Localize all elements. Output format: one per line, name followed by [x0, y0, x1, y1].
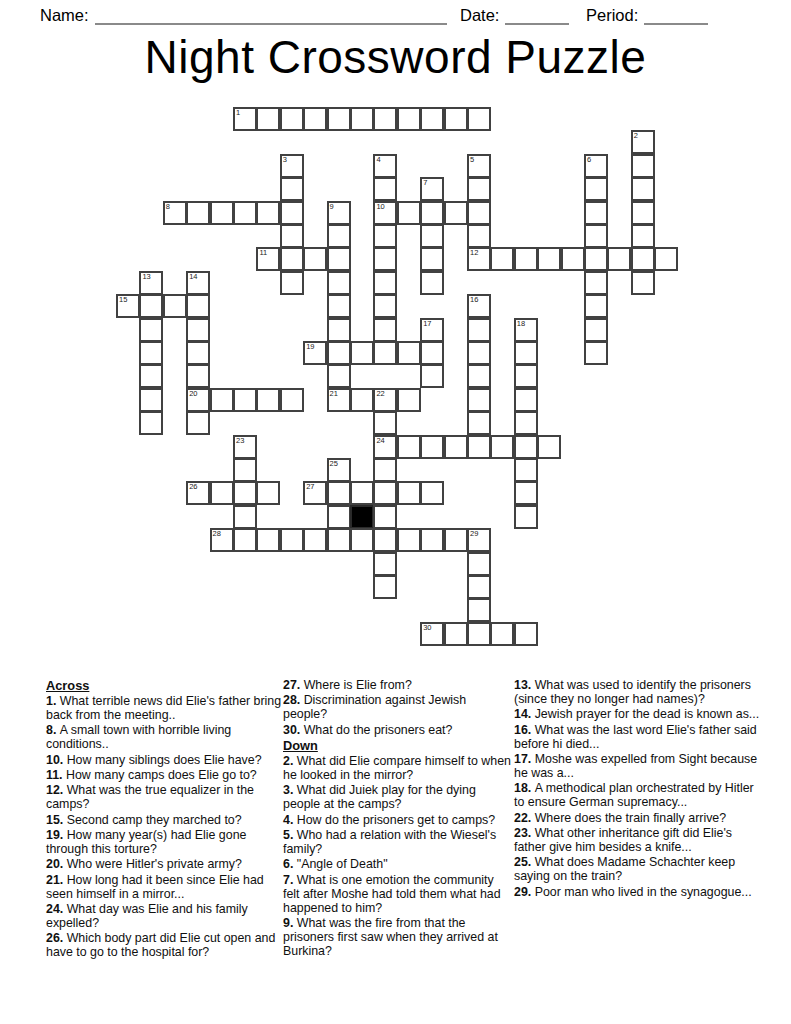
- grid-cell[interactable]: [467, 388, 491, 412]
- grid-cell[interactable]: 15: [116, 294, 140, 318]
- worksheet-header: Name: Date: Period:: [0, 6, 791, 32]
- grid-cell[interactable]: [467, 575, 491, 599]
- grid-cell[interactable]: [420, 201, 444, 225]
- clue-text: What was used to identify the prisoners …: [514, 678, 751, 706]
- clue-number: 28: [213, 530, 221, 538]
- grid-cell[interactable]: [256, 107, 280, 131]
- grid-cell[interactable]: [444, 622, 468, 646]
- clue-num-label: 7.: [283, 873, 297, 887]
- grid-cell[interactable]: [631, 177, 655, 201]
- grid-cell[interactable]: 18: [514, 318, 538, 342]
- down-clue-9: 9. What was the fire from that the priso…: [283, 917, 513, 959]
- clue-number: 12: [470, 249, 478, 257]
- puzzle-title: Night Crossword Puzzle: [0, 30, 791, 84]
- clue-text: What does Madame Schachter keep saying o…: [514, 855, 735, 883]
- clue-num-label: 17.: [514, 752, 535, 766]
- clue-text: Who had a relation with the Wiesel's fam…: [283, 828, 496, 856]
- grid-cell[interactable]: [397, 388, 421, 412]
- clue-number: 7: [423, 179, 427, 187]
- down-clue-7: 7. What is one emotion the community fel…: [283, 874, 513, 916]
- down-clue-17: 17. Moshe was expelled from Sight becaus…: [514, 753, 761, 781]
- name-blank[interactable]: [95, 7, 447, 25]
- grid-cell[interactable]: [373, 224, 397, 248]
- clue-num-label: 25.: [514, 855, 535, 869]
- grid-cell[interactable]: [514, 458, 538, 482]
- clue-num-label: 29.: [514, 885, 535, 899]
- crossword-grid: 1234567891011121314151617181920212223242…: [116, 107, 680, 647]
- grid-cell[interactable]: 19: [303, 341, 327, 365]
- clue-number: 26: [189, 483, 197, 491]
- grid-cell[interactable]: [373, 341, 397, 365]
- grid-cell[interactable]: [631, 224, 655, 248]
- grid-cell[interactable]: [327, 271, 351, 295]
- grid-cell[interactable]: 21: [327, 388, 351, 412]
- grid-cell[interactable]: 2: [631, 130, 655, 154]
- grid-cell[interactable]: [584, 201, 608, 225]
- grid-cell[interactable]: [420, 435, 444, 459]
- grid-cell[interactable]: 8: [163, 201, 187, 225]
- grid-cell[interactable]: [327, 341, 351, 365]
- grid-cell[interactable]: [233, 458, 257, 482]
- grid-cell[interactable]: 27: [303, 481, 327, 505]
- grid-cell[interactable]: [186, 294, 210, 318]
- grid-cell[interactable]: [631, 271, 655, 295]
- clue-text: Jewish prayer for the dead is known as..…: [535, 707, 760, 721]
- clue-text: Where is Elie from?: [304, 678, 412, 692]
- date-label: Date:: [460, 6, 499, 25]
- grid-cell[interactable]: [467, 622, 491, 646]
- clue-number: 20: [189, 390, 197, 398]
- clue-num-label: 30.: [283, 723, 304, 737]
- clue-text: A small town with horrible living condit…: [46, 723, 231, 751]
- grid-cell[interactable]: [444, 107, 468, 131]
- clue-text: Second camp they marched to?: [67, 813, 242, 827]
- clue-num-label: 2.: [283, 754, 297, 768]
- grid-cell[interactable]: 9: [327, 201, 351, 225]
- grid-cell[interactable]: [467, 411, 491, 435]
- down-clue-29: 29. Poor man who lived in the synagogue.…: [514, 886, 761, 900]
- grid-cell[interactable]: [373, 271, 397, 295]
- grid-cell[interactable]: 25: [327, 458, 351, 482]
- grid-cell[interactable]: 17: [420, 318, 444, 342]
- grid-cell[interactable]: [420, 247, 444, 271]
- clue-num-label: 26.: [46, 931, 67, 945]
- clue-number: 18: [517, 320, 525, 328]
- grid-cell[interactable]: [210, 201, 234, 225]
- grid-cell[interactable]: 23: [233, 435, 257, 459]
- clue-num-label: 19.: [46, 828, 67, 842]
- grid-cell[interactable]: 26: [186, 481, 210, 505]
- grid-cell[interactable]: [233, 505, 257, 529]
- clue-num-label: 4.: [283, 813, 297, 827]
- grid-cell[interactable]: [467, 341, 491, 365]
- clue-text: Poor man who lived in the synagogue...: [535, 885, 752, 899]
- grid-cell[interactable]: 10: [373, 201, 397, 225]
- grid-cell[interactable]: 13: [139, 271, 163, 295]
- grid-cell[interactable]: [327, 364, 351, 388]
- clue-text: What terrible news did Elie's father bri…: [46, 694, 281, 722]
- grid-cell[interactable]: [420, 481, 444, 505]
- grid-cell[interactable]: [467, 552, 491, 576]
- grid-cell[interactable]: [350, 388, 374, 412]
- clue-text: What other inheritance gift did Elie's f…: [514, 826, 732, 854]
- grid-cell[interactable]: 30: [420, 622, 444, 646]
- down-clue-5: 5. Who had a relation with the Wiesel's …: [283, 829, 513, 857]
- clue-text: Who were Hitler's private army?: [67, 857, 242, 871]
- grid-cell[interactable]: [467, 201, 491, 225]
- clue-number: 29: [470, 530, 478, 538]
- grid-cell[interactable]: 1: [233, 107, 257, 131]
- grid-cell[interactable]: [350, 481, 374, 505]
- grid-cell[interactable]: 14: [186, 271, 210, 295]
- grid-cell[interactable]: [467, 224, 491, 248]
- across-header: Across: [46, 679, 284, 693]
- across-clue-10: 10. How many siblings does Elie have?: [46, 754, 284, 768]
- date-blank[interactable]: [505, 7, 569, 25]
- grid-cell[interactable]: [373, 318, 397, 342]
- grid-cell[interactable]: [233, 481, 257, 505]
- grid-cell[interactable]: [256, 481, 280, 505]
- grid-cell[interactable]: [186, 411, 210, 435]
- grid-cell[interactable]: [303, 107, 327, 131]
- clue-text: How long had it been since Elie had seen…: [46, 873, 264, 901]
- clue-num-label: 28.: [283, 693, 304, 707]
- down-clue-23: 23. What other inheritance gift did Elie…: [514, 827, 761, 855]
- grid-cell[interactable]: [467, 177, 491, 201]
- clue-number: 15: [119, 296, 127, 304]
- across-clue-12: 12. What was the true equalizer in the c…: [46, 784, 284, 812]
- across-clue-15: 15. Second camp they marched to?: [46, 814, 284, 828]
- clue-text: How many year(s) had Elie gone through t…: [46, 828, 246, 856]
- clue-num-label: 14.: [514, 707, 535, 721]
- clue-number: 6: [587, 156, 591, 164]
- clue-num-label: 20.: [46, 857, 67, 871]
- grid-cell[interactable]: [373, 294, 397, 318]
- clue-number: 25: [330, 460, 338, 468]
- clue-number: 23: [236, 437, 244, 445]
- clue-number: 3: [283, 156, 287, 164]
- name-label: Name:: [40, 6, 89, 25]
- blocked-cell: [350, 505, 374, 529]
- grid-cell[interactable]: [514, 481, 538, 505]
- grid-cell[interactable]: [139, 364, 163, 388]
- grid-cell[interactable]: [514, 411, 538, 435]
- grid-cell[interactable]: [444, 201, 468, 225]
- grid-cell[interactable]: [373, 575, 397, 599]
- grid-cell[interactable]: [350, 341, 374, 365]
- grid-cell[interactable]: [467, 318, 491, 342]
- grid-cell[interactable]: [514, 247, 538, 271]
- grid-cell[interactable]: [561, 247, 585, 271]
- clue-number: 21: [330, 390, 338, 398]
- clue-number: 5: [470, 156, 474, 164]
- down-clue-25: 25. What does Madame Schachter keep sayi…: [514, 856, 761, 884]
- down-header: Down: [283, 739, 513, 753]
- grid-cell[interactable]: [514, 388, 538, 412]
- grid-cell[interactable]: [303, 247, 327, 271]
- grid-cell[interactable]: [537, 247, 561, 271]
- grid-cell[interactable]: [397, 528, 421, 552]
- clue-number: 24: [376, 437, 384, 445]
- grid-cell[interactable]: [490, 622, 514, 646]
- clue-text: How many camps does Elie go to?: [66, 768, 257, 782]
- grid-cell[interactable]: [420, 271, 444, 295]
- grid-cell[interactable]: [256, 388, 280, 412]
- down-clue-16: 16. What was the last word Elie's father…: [514, 724, 761, 752]
- grid-cell[interactable]: [350, 528, 374, 552]
- grid-cell[interactable]: [210, 481, 234, 505]
- clue-num-label: 10.: [46, 753, 67, 767]
- grid-cell[interactable]: [444, 435, 468, 459]
- grid-cell[interactable]: [397, 435, 421, 459]
- grid-cell[interactable]: 7: [420, 177, 444, 201]
- grid-cell[interactable]: [537, 435, 561, 459]
- grid-cell[interactable]: [373, 505, 397, 529]
- clue-num-label: 3.: [283, 783, 297, 797]
- grid-cell[interactable]: [631, 247, 655, 271]
- clue-text: What did Elie compare himself to when he…: [283, 754, 511, 782]
- clue-text: A methodical plan orchestrated by Hitler…: [514, 781, 754, 809]
- grid-cell[interactable]: [327, 247, 351, 271]
- period-label: Period:: [586, 6, 638, 25]
- across-clue-21: 21. How long had it been since Elie had …: [46, 874, 284, 902]
- grid-cell[interactable]: [139, 294, 163, 318]
- grid-cell[interactable]: [373, 411, 397, 435]
- grid-cell[interactable]: [467, 598, 491, 622]
- clue-number: 11: [259, 249, 267, 257]
- clue-number: 1: [236, 109, 240, 117]
- grid-cell[interactable]: [397, 107, 421, 131]
- grid-cell[interactable]: [584, 271, 608, 295]
- grid-cell[interactable]: [327, 505, 351, 529]
- down-clue-3: 3. What did Juiek play for the dying peo…: [283, 784, 513, 812]
- grid-cell[interactable]: 29: [467, 528, 491, 552]
- grid-cell[interactable]: 4: [373, 154, 397, 178]
- clue-text: What was the fire from that the prisoner…: [283, 916, 498, 958]
- across-clue-11: 11. How many camps does Elie go to?: [46, 769, 284, 783]
- grid-cell[interactable]: [280, 201, 304, 225]
- clue-number: 10: [376, 203, 384, 211]
- grid-cell[interactable]: 16: [467, 294, 491, 318]
- grid-cell[interactable]: [350, 107, 374, 131]
- grid-cell[interactable]: 22: [373, 388, 397, 412]
- grid-cell[interactable]: [514, 341, 538, 365]
- clue-number: 9: [330, 203, 334, 211]
- grid-cell[interactable]: [139, 388, 163, 412]
- grid-cell[interactable]: [163, 294, 187, 318]
- clues-column-left: Across1. What terrible news did Elie's f…: [46, 679, 284, 962]
- grid-cell[interactable]: [584, 224, 608, 248]
- grid-cell[interactable]: [327, 481, 351, 505]
- grid-cell[interactable]: [584, 177, 608, 201]
- down-clue-13: 13. What was used to identify the prison…: [514, 679, 761, 707]
- clue-num-label: 27.: [283, 678, 304, 692]
- grid-cell[interactable]: [327, 107, 351, 131]
- grid-cell[interactable]: [584, 318, 608, 342]
- grid-cell[interactable]: 3: [280, 154, 304, 178]
- grid-cell[interactable]: [186, 318, 210, 342]
- grid-cell[interactable]: [186, 364, 210, 388]
- across-clue-19: 19. How many year(s) had Elie gone throu…: [46, 829, 284, 857]
- across-clue-27: 27. Where is Elie from?: [283, 679, 513, 693]
- clue-text: What day was Elie and his family expelle…: [46, 902, 248, 930]
- grid-cell[interactable]: [467, 435, 491, 459]
- grid-cell[interactable]: [303, 528, 327, 552]
- grid-cell[interactable]: [420, 341, 444, 365]
- clue-number: 16: [470, 296, 478, 304]
- grid-cell[interactable]: 28: [210, 528, 234, 552]
- grid-cell[interactable]: [467, 364, 491, 388]
- across-clue-20: 20. Who were Hitler's private army?: [46, 858, 284, 872]
- grid-cell[interactable]: [420, 528, 444, 552]
- grid-cell[interactable]: [280, 107, 304, 131]
- down-clue-14: 14. Jewish prayer for the dead is known …: [514, 708, 761, 722]
- clue-text: Which body part did Elie cut open and ha…: [46, 931, 275, 959]
- grid-cell[interactable]: [607, 247, 631, 271]
- clue-num-label: 24.: [46, 902, 67, 916]
- grid-cell[interactable]: [373, 247, 397, 271]
- grid-cell[interactable]: [420, 224, 444, 248]
- clue-num-label: 22.: [514, 811, 535, 825]
- grid-cell[interactable]: [373, 552, 397, 576]
- across-clue-30: 30. What do the prisoners eat?: [283, 724, 513, 738]
- clue-num-label: 1.: [46, 694, 60, 708]
- clue-text: What was the true equalizer in the camps…: [46, 783, 254, 811]
- down-clue-22: 22. Where does the train finally arrive?: [514, 812, 761, 826]
- across-clue-24: 24. What day was Elie and his family exp…: [46, 903, 284, 931]
- clues-column-middle: 27. Where is Elie from?28. Discriminatio…: [283, 679, 513, 960]
- clues-column-right: 13. What was used to identify the prison…: [514, 679, 761, 901]
- grid-cell[interactable]: 20: [186, 388, 210, 412]
- grid-cell[interactable]: [233, 201, 257, 225]
- grid-cell[interactable]: [280, 177, 304, 201]
- grid-cell[interactable]: [186, 341, 210, 365]
- grid-cell[interactable]: [373, 107, 397, 131]
- grid-cell[interactable]: [280, 388, 304, 412]
- clue-num-label: 15.: [46, 813, 67, 827]
- grid-cell[interactable]: [327, 528, 351, 552]
- grid-cell[interactable]: [280, 528, 304, 552]
- grid-cell[interactable]: [233, 388, 257, 412]
- grid-cell[interactable]: [514, 435, 538, 459]
- grid-cell[interactable]: [210, 388, 234, 412]
- grid-cell[interactable]: [420, 364, 444, 388]
- clue-number: 14: [189, 273, 197, 281]
- across-clue-8: 8. A small town with horrible living con…: [46, 724, 284, 752]
- grid-cell[interactable]: [584, 341, 608, 365]
- clue-num-label: 8.: [46, 723, 60, 737]
- across-clue-28: 28. Discrimination against Jewish people…: [283, 694, 513, 722]
- clue-text: "Angle of Death": [297, 857, 388, 871]
- clue-num-label: 5.: [283, 828, 297, 842]
- grid-cell[interactable]: [631, 154, 655, 178]
- grid-cell[interactable]: [584, 247, 608, 271]
- clue-num-label: 13.: [514, 678, 535, 692]
- grid-cell[interactable]: [444, 528, 468, 552]
- grid-cell[interactable]: [327, 318, 351, 342]
- down-clue-4: 4. How do the prisoners get to camps?: [283, 814, 513, 828]
- clue-number: 2: [634, 132, 638, 140]
- clue-text: Where does the train finally arrive?: [535, 811, 726, 825]
- period-blank[interactable]: [644, 7, 708, 25]
- grid-cell[interactable]: [397, 201, 421, 225]
- clue-text: What was the last word Elie's father sai…: [514, 723, 757, 751]
- across-clue-26: 26. Which body part did Elie cut open an…: [46, 932, 284, 960]
- clue-num-label: 12.: [46, 783, 67, 797]
- clue-number: 8: [166, 203, 170, 211]
- grid-cell[interactable]: [631, 201, 655, 225]
- clue-number: 13: [142, 273, 150, 281]
- grid-cell[interactable]: 5: [467, 154, 491, 178]
- grid-cell[interactable]: [373, 528, 397, 552]
- grid-cell[interactable]: [397, 341, 421, 365]
- clue-number: 19: [306, 343, 314, 351]
- grid-cell[interactable]: [420, 107, 444, 131]
- grid-cell[interactable]: [654, 247, 678, 271]
- clue-num-label: 11.: [46, 768, 66, 782]
- grid-cell[interactable]: [256, 528, 280, 552]
- grid-cell[interactable]: [139, 411, 163, 435]
- clue-number: 17: [423, 320, 431, 328]
- clue-num-label: 9.: [283, 916, 297, 930]
- grid-cell[interactable]: 11: [256, 247, 280, 271]
- clue-text: What do the prisoners eat?: [304, 723, 453, 737]
- clue-num-label: 23.: [514, 826, 535, 840]
- clue-num-label: 16.: [514, 723, 535, 737]
- grid-cell[interactable]: [256, 201, 280, 225]
- grid-cell[interactable]: [280, 224, 304, 248]
- grid-cell[interactable]: [280, 271, 304, 295]
- grid-cell[interactable]: 12: [467, 247, 491, 271]
- grid-cell[interactable]: [373, 177, 397, 201]
- grid-cell[interactable]: [514, 505, 538, 529]
- clue-text: Discrimination against Jewish people?: [283, 693, 466, 721]
- grid-cell[interactable]: [280, 247, 304, 271]
- grid-cell[interactable]: [139, 318, 163, 342]
- grid-cell[interactable]: [584, 294, 608, 318]
- clue-num-label: 6.: [283, 857, 297, 871]
- clue-text: What is one emotion the community felt a…: [283, 873, 501, 915]
- grid-cell[interactable]: [467, 107, 491, 131]
- grid-cell[interactable]: [327, 224, 351, 248]
- grid-cell[interactable]: [490, 247, 514, 271]
- grid-cell[interactable]: 6: [584, 154, 608, 178]
- clue-text: How many siblings does Elie have?: [67, 753, 262, 767]
- clue-text: How do the prisoners get to camps?: [297, 813, 495, 827]
- clue-number: 22: [376, 390, 384, 398]
- grid-cell[interactable]: [373, 458, 397, 482]
- clue-number: 4: [376, 156, 380, 164]
- grid-cell[interactable]: [186, 201, 210, 225]
- clue-num-label: 18.: [514, 781, 535, 795]
- grid-cell[interactable]: [139, 341, 163, 365]
- across-clue-1: 1. What terrible news did Elie's father …: [46, 695, 284, 723]
- grid-cell[interactable]: [327, 294, 351, 318]
- clue-text: What did Juiek play for the dying people…: [283, 783, 476, 811]
- grid-cell[interactable]: 24: [373, 435, 397, 459]
- grid-cell[interactable]: [233, 528, 257, 552]
- grid-cell[interactable]: [373, 481, 397, 505]
- clue-text: Moshe was expelled from Sight because he…: [514, 752, 757, 780]
- clue-number: 30: [423, 624, 431, 632]
- grid-cell[interactable]: [397, 481, 421, 505]
- down-clue-6: 6. "Angle of Death": [283, 858, 513, 872]
- down-clue-2: 2. What did Elie compare himself to when…: [283, 755, 513, 783]
- grid-cell[interactable]: [514, 622, 538, 646]
- grid-cell[interactable]: [490, 435, 514, 459]
- down-clue-18: 18. A methodical plan orchestrated by Hi…: [514, 782, 761, 810]
- grid-cell[interactable]: [514, 364, 538, 388]
